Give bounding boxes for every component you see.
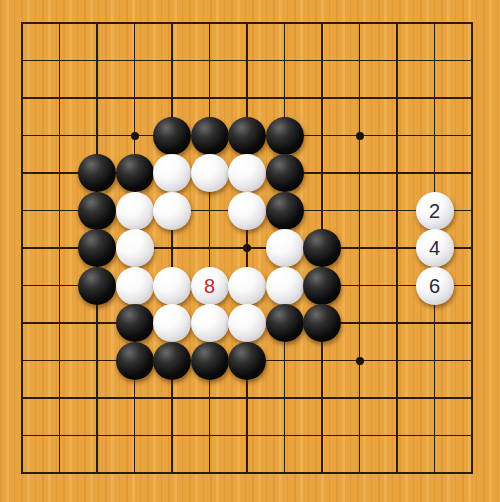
grid-line-horizontal [21,397,473,399]
stone-white[interactable] [153,192,191,230]
move-number-label: 6 [429,276,440,296]
star-point [356,357,364,365]
grid-line-vertical [396,22,398,474]
stone-black[interactable] [116,304,154,342]
move-number-label: 4 [429,238,440,258]
grid-line-horizontal [21,472,473,474]
stone-white[interactable] [191,154,229,192]
stone-black[interactable] [228,117,266,155]
grid-line-vertical [471,22,473,474]
go-board[interactable]: 2486 [0,0,500,502]
stone-black[interactable] [303,229,341,267]
stone-black[interactable] [303,304,341,342]
stone-white[interactable]: 8 [191,267,229,305]
stone-black[interactable] [78,229,116,267]
stone-black[interactable] [116,342,154,380]
stone-black[interactable] [78,192,116,230]
stone-black[interactable] [191,117,229,155]
stone-white[interactable] [266,229,304,267]
stone-white[interactable] [266,267,304,305]
star-point [131,132,139,140]
stone-white[interactable] [153,267,191,305]
grid-line-vertical [359,22,361,474]
stone-white[interactable] [116,192,154,230]
stone-white[interactable]: 6 [416,267,454,305]
stone-white[interactable] [191,304,229,342]
stone-white[interactable] [153,154,191,192]
stone-white[interactable] [153,304,191,342]
stone-black[interactable] [116,154,154,192]
stone-black[interactable] [266,192,304,230]
stone-white[interactable] [228,267,266,305]
grid-line-horizontal [21,435,473,437]
stone-black[interactable] [303,267,341,305]
stone-black[interactable] [78,154,116,192]
move-number-label: 8 [204,276,215,296]
star-point [243,244,251,252]
move-number-label: 2 [429,201,440,221]
stone-white[interactable]: 2 [416,192,454,230]
stone-black[interactable] [153,342,191,380]
stone-white[interactable] [116,267,154,305]
stone-white[interactable]: 4 [416,229,454,267]
stone-black[interactable] [266,154,304,192]
stone-black[interactable] [228,342,266,380]
stone-white[interactable] [228,304,266,342]
star-point [356,132,364,140]
stone-white[interactable] [116,229,154,267]
stone-black[interactable] [191,342,229,380]
stone-white[interactable] [228,192,266,230]
stone-black[interactable] [78,267,116,305]
stone-black[interactable] [266,304,304,342]
stone-black[interactable] [266,117,304,155]
stone-white[interactable] [228,154,266,192]
stone-black[interactable] [153,117,191,155]
